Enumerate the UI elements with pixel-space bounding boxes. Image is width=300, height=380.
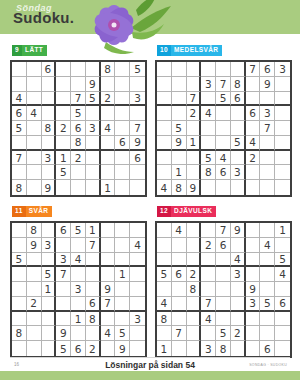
sudoku-cell	[42, 165, 57, 180]
sudoku-cell: 7	[216, 77, 231, 92]
sudoku-cell: 2	[56, 121, 71, 136]
sudoku-cell	[86, 326, 101, 341]
sudoku-cell: 3	[246, 297, 261, 312]
sudoku-cell	[86, 62, 101, 77]
sudoku-cell: 1	[71, 312, 86, 327]
difficulty-badge-djavulsk: 12 DJÄVULSK	[157, 206, 216, 218]
sudoku-cell: 8	[42, 121, 57, 136]
sudoku-cell	[56, 180, 71, 195]
sudoku-cell: 5	[71, 223, 86, 238]
sudoku-cell	[260, 92, 275, 107]
sudoku-cell	[157, 253, 172, 268]
sudoku-cell	[275, 151, 290, 166]
sudoku-cell: 5	[231, 136, 246, 151]
sudoku-cell	[71, 238, 86, 253]
page: Söndag Sudoku. 9 LÄTT 685947523645582634…	[0, 0, 300, 380]
sudoku-cell	[101, 223, 116, 238]
sudoku-cell	[275, 341, 290, 356]
sudoku-cell: 1	[42, 282, 57, 297]
sudoku-cell	[201, 326, 216, 341]
sudoku-cell	[157, 165, 172, 180]
sudoku-cell	[246, 92, 261, 107]
sudoku-cell	[12, 238, 27, 253]
sudoku-cell	[86, 180, 101, 195]
sudoku-cell	[115, 62, 130, 77]
sudoku-cell: 8	[71, 136, 86, 151]
sudoku-cell: 5	[260, 297, 275, 312]
sudoku-cell	[172, 297, 187, 312]
sudoku-cell	[157, 106, 172, 121]
sudoku-cell: 9	[260, 77, 275, 92]
sudoku-cell	[71, 297, 86, 312]
sudoku-cell	[27, 341, 42, 356]
sudoku-cell	[101, 238, 116, 253]
sudoku-cell	[187, 77, 202, 92]
puzzle-9-latt: 9 LÄTT 6859475236455826347869731265891	[10, 38, 147, 197]
sudoku-cell: 9	[101, 282, 116, 297]
sudoku-cell	[130, 326, 145, 341]
sudoku-cell: 3	[231, 267, 246, 282]
sudoku-cell	[130, 180, 145, 195]
sudoku-cell	[130, 253, 145, 268]
sudoku-cell	[12, 341, 27, 356]
sudoku-cell	[275, 121, 290, 136]
sudoku-cell	[56, 77, 71, 92]
sudoku-cell	[275, 238, 290, 253]
sudoku-cell: 4	[157, 180, 172, 195]
sudoku-grid-11: 8651937453457113926718389455629	[10, 221, 147, 358]
sudoku-cell	[201, 253, 216, 268]
sudoku-cell	[101, 151, 116, 166]
sudoku-cell: 1	[115, 267, 130, 282]
sudoku-cell	[27, 253, 42, 268]
sudoku-cell	[157, 77, 172, 92]
sudoku-cell: 5	[115, 326, 130, 341]
sudoku-cell	[115, 180, 130, 195]
sudoku-cell	[12, 62, 27, 77]
sudoku-cell	[246, 223, 261, 238]
sudoku-cell	[27, 267, 42, 282]
sudoku-cell	[130, 165, 145, 180]
sudoku-cell: 2	[101, 92, 116, 107]
page-number: 16	[14, 362, 19, 367]
sudoku-cell: 2	[27, 297, 42, 312]
sudoku-cell	[172, 312, 187, 327]
sudoku-cell	[246, 180, 261, 195]
sudoku-cell: 6	[56, 223, 71, 238]
sudoku-cell	[216, 282, 231, 297]
sudoku-cell	[101, 341, 116, 356]
sudoku-cell	[187, 165, 202, 180]
sudoku-cell: 4	[157, 297, 172, 312]
sudoku-cell: 5	[201, 151, 216, 166]
footer-right-text: SÖNDAG · SUDOKU	[249, 363, 287, 367]
sudoku-cell: 5	[12, 121, 27, 136]
sudoku-cell: 4	[12, 92, 27, 107]
sudoku-cell	[260, 326, 275, 341]
sudoku-cell	[260, 136, 275, 151]
sudoku-cell	[216, 297, 231, 312]
sudoku-cell: 8	[201, 165, 216, 180]
sudoku-cell	[172, 282, 187, 297]
sudoku-cell: 8	[157, 312, 172, 327]
sudoku-cell	[275, 180, 290, 195]
sudoku-cell: 3	[201, 341, 216, 356]
sudoku-cell	[216, 62, 231, 77]
sudoku-cell	[275, 106, 290, 121]
sudoku-cell	[130, 341, 145, 356]
sudoku-cell	[157, 282, 172, 297]
sudoku-cell	[260, 165, 275, 180]
sudoku-cell: 9	[56, 326, 71, 341]
sudoku-cell	[246, 77, 261, 92]
sudoku-cell: 6	[71, 121, 86, 136]
sudoku-cell: 3	[130, 312, 145, 327]
sudoku-cell	[187, 151, 202, 166]
sudoku-cell: 4	[172, 223, 187, 238]
sudoku-cell	[130, 223, 145, 238]
sudoku-cell: 9	[42, 180, 57, 195]
sudoku-cell	[42, 223, 57, 238]
sudoku-cell: 4	[201, 106, 216, 121]
sudoku-cell: 4	[71, 253, 86, 268]
sudoku-cell: 5	[42, 267, 57, 282]
sudoku-cell	[172, 238, 187, 253]
sudoku-cell	[216, 253, 231, 268]
sudoku-cell	[101, 136, 116, 151]
sudoku-cell	[86, 106, 101, 121]
sudoku-cell	[115, 165, 130, 180]
puzzle-12-djavulsk: 12 DJÄVULSK 4791264455623489473568475213…	[155, 199, 292, 358]
sudoku-cell	[42, 77, 57, 92]
sudoku-cell: 1	[157, 341, 172, 356]
sudoku-cell	[275, 312, 290, 327]
sudoku-cell	[71, 267, 86, 282]
sudoku-cell	[27, 180, 42, 195]
sudoku-cell: 6	[12, 106, 27, 121]
sudoku-cell: 1	[172, 165, 187, 180]
puzzle-10-medelsvar: 10 MEDELSVÅR 763378975624635791545421863…	[155, 38, 292, 197]
sudoku-cell	[157, 136, 172, 151]
sudoku-cell	[157, 326, 172, 341]
sudoku-cell: 6	[216, 238, 231, 253]
sudoku-cell: 1	[275, 223, 290, 238]
sudoku-cell: 6	[246, 106, 261, 121]
sudoku-cell	[216, 136, 231, 151]
sudoku-cell	[115, 106, 130, 121]
sudoku-cell	[246, 267, 261, 282]
sudoku-cell	[187, 223, 202, 238]
sudoku-cell: 6	[86, 297, 101, 312]
sudoku-grid-12: 479126445562348947356847521386	[155, 221, 292, 358]
sudoku-cell: 4	[27, 106, 42, 121]
logo-main: Sudoku.	[13, 10, 74, 25]
sudoku-cell	[201, 136, 216, 151]
sudoku-cell	[246, 253, 261, 268]
sudoku-cell	[12, 297, 27, 312]
sudoku-cell: 4	[101, 326, 116, 341]
sudoku-cell	[201, 282, 216, 297]
sudoku-cell	[246, 165, 261, 180]
sudoku-cell: 7	[56, 267, 71, 282]
sudoku-cell: 3	[86, 121, 101, 136]
sudoku-cell	[86, 165, 101, 180]
sudoku-cell	[56, 62, 71, 77]
sudoku-cell	[101, 77, 116, 92]
sudoku-cell	[246, 341, 261, 356]
sudoku-cell	[260, 282, 275, 297]
sudoku-cell	[260, 223, 275, 238]
sudoku-grid-10: 763378975624635791545421863489	[155, 60, 292, 197]
sudoku-cell: 5	[56, 341, 71, 356]
sudoku-cell	[275, 136, 290, 151]
sudoku-cell	[187, 121, 202, 136]
sudoku-cell	[201, 180, 216, 195]
sudoku-cell	[27, 121, 42, 136]
sudoku-cell: 7	[12, 151, 27, 166]
sudoku-cell: 8	[187, 282, 202, 297]
sudoku-cell	[115, 297, 130, 312]
sudoku-cell: 8	[101, 62, 116, 77]
sudoku-cell: 3	[56, 253, 71, 268]
sudoku-cell	[86, 151, 101, 166]
puzzle-number: 9	[12, 45, 22, 57]
sudoku-cell	[130, 106, 145, 121]
difficulty-badge-svar: 11 SVÅR	[12, 206, 52, 218]
sudoku-cell: 6	[260, 341, 275, 356]
sudoku-cell	[201, 62, 216, 77]
sudoku-cell: 1	[187, 136, 202, 151]
sudoku-cell: 5	[275, 253, 290, 268]
puzzle-11-svar: 11 SVÅR 8651937453457113926718389455629	[10, 199, 147, 358]
sudoku-cell	[27, 282, 42, 297]
sudoku-cell: 6	[115, 136, 130, 151]
sudoku-cell	[12, 267, 27, 282]
sudoku-cell	[86, 282, 101, 297]
sudoku-cell: 4	[275, 267, 290, 282]
sudoku-cell	[231, 282, 246, 297]
sudoku-cell: 9	[115, 341, 130, 356]
difficulty-label: DJÄVULSK	[171, 206, 216, 218]
sudoku-cell	[187, 253, 202, 268]
sudoku-cell	[172, 253, 187, 268]
sudoku-cell	[12, 312, 27, 327]
sudoku-cell: 3	[260, 106, 275, 121]
sudoku-cell	[115, 312, 130, 327]
footer-divider	[10, 357, 290, 358]
sudoku-cell: 3	[275, 62, 290, 77]
sudoku-cell: 5	[86, 92, 101, 107]
sudoku-cell	[115, 223, 130, 238]
flower-image	[76, 0, 176, 54]
sudoku-cell: 7	[86, 238, 101, 253]
sudoku-cell	[27, 136, 42, 151]
sudoku-cell: 4	[101, 121, 116, 136]
sudoku-cell: 7	[216, 223, 231, 238]
sudoku-cell	[260, 312, 275, 327]
sudoku-cell	[115, 151, 130, 166]
sudoku-cell: 4	[260, 238, 275, 253]
sudoku-cell	[71, 62, 86, 77]
difficulty-label: SVÅR	[26, 206, 53, 218]
sudoku-cell: 2	[201, 238, 216, 253]
sudoku-cell: 1	[56, 151, 71, 166]
sudoku-cell: 1	[86, 223, 101, 238]
sudoku-cell	[172, 106, 187, 121]
sudoku-cell	[275, 282, 290, 297]
sudoku-cell: 3	[231, 165, 246, 180]
sudoku-cell	[172, 151, 187, 166]
sudoku-cell: 6	[231, 92, 246, 107]
sudoku-cell	[275, 92, 290, 107]
sudoku-cell	[231, 106, 246, 121]
sudoku-cell	[260, 253, 275, 268]
sudoku-cell	[231, 297, 246, 312]
sudoku-cell: 9	[86, 77, 101, 92]
sudoku-cell: 8	[27, 223, 42, 238]
sudoku-cell	[231, 121, 246, 136]
sudoku-cell: 9	[27, 238, 42, 253]
sudoku-cell	[275, 77, 290, 92]
sudoku-cell	[157, 223, 172, 238]
sudoku-cell	[130, 77, 145, 92]
sudoku-cell: 7	[71, 92, 86, 107]
sudoku-cell: 7	[201, 297, 216, 312]
sudoku-cell	[56, 92, 71, 107]
sudoku-cell: 4	[201, 312, 216, 327]
sudoku-cell	[12, 165, 27, 180]
sudoku-cell	[216, 312, 231, 327]
sudoku-cell	[275, 165, 290, 180]
sudoku-cell	[115, 77, 130, 92]
sudoku-cell	[246, 312, 261, 327]
sudoku-cell	[42, 326, 57, 341]
sudoku-cell	[86, 136, 101, 151]
sudoku-cell	[216, 180, 231, 195]
sudoku-cell	[101, 165, 116, 180]
sudoku-cell: 2	[187, 106, 202, 121]
sudoku-cell: 6	[71, 341, 86, 356]
sudoku-cell: 6	[260, 62, 275, 77]
sudoku-cell	[115, 253, 130, 268]
sudoku-cell	[260, 151, 275, 166]
sudoku-cell	[101, 267, 116, 282]
sudoku-cell	[201, 92, 216, 107]
sudoku-cell	[231, 312, 246, 327]
sudoku-cell: 8	[231, 77, 246, 92]
puzzle-number: 12	[157, 206, 171, 218]
sudoku-cell	[42, 297, 57, 312]
sudoku-cell	[187, 297, 202, 312]
sudoku-cell	[216, 121, 231, 136]
sudoku-cell	[157, 92, 172, 107]
sudoku-cell: 9	[130, 136, 145, 151]
sudoku-cell: 5	[172, 121, 187, 136]
sudoku-cell	[157, 151, 172, 166]
sudoku-cell: 8	[12, 326, 27, 341]
sudoku-cell	[42, 136, 57, 151]
sudoku-cell	[56, 238, 71, 253]
sudoku-cell: 6	[130, 151, 145, 166]
sudoku-cell: 7	[246, 62, 261, 77]
sudoku-cell	[42, 106, 57, 121]
sudoku-cell	[260, 267, 275, 282]
sudoku-cell: 2	[71, 151, 86, 166]
sudoku-cell	[56, 297, 71, 312]
sudoku-cell: 5	[216, 92, 231, 107]
sudoku-cell: 9	[172, 136, 187, 151]
sudoku-cell: 7	[187, 92, 202, 107]
sudoku-cell: 5	[56, 165, 71, 180]
sudoku-cell	[246, 121, 261, 136]
sudoku-cell	[231, 238, 246, 253]
sudoku-cell	[12, 77, 27, 92]
sudoku-cell	[115, 121, 130, 136]
sudoku-cell: 2	[231, 326, 246, 341]
difficulty-label: LÄTT	[22, 45, 47, 57]
sudoku-cell	[42, 312, 57, 327]
sudoku-cell	[201, 121, 216, 136]
sudoku-cell: 7	[260, 121, 275, 136]
sudoku-cell	[231, 180, 246, 195]
sudoku-cell	[231, 151, 246, 166]
sudoku-cell: 2	[86, 341, 101, 356]
sudoku-cell	[27, 151, 42, 166]
sudoku-cell: 3	[201, 77, 216, 92]
sudoku-cell	[12, 282, 27, 297]
sudoku-cell	[172, 92, 187, 107]
sudoku-cell	[201, 223, 216, 238]
sudoku-cell	[187, 238, 202, 253]
sudoku-cell	[216, 267, 231, 282]
sudoku-cell	[216, 106, 231, 121]
difficulty-badge-latt: 9 LÄTT	[12, 45, 47, 57]
sudoku-cell	[71, 77, 86, 92]
sudoku-cell	[42, 253, 57, 268]
sudoku-cell: 3	[130, 92, 145, 107]
sudoku-cell: 6	[275, 297, 290, 312]
sudoku-cell	[172, 62, 187, 77]
sudoku-cell: 5	[157, 267, 172, 282]
sudoku-cell	[187, 62, 202, 77]
sudoku-cell	[187, 341, 202, 356]
footer-green-bar	[0, 371, 300, 380]
sudoku-cell	[86, 253, 101, 268]
sudoku-cell: 6	[42, 62, 57, 77]
sudoku-cell	[172, 77, 187, 92]
sudoku-cell	[27, 326, 42, 341]
sudoku-cell: 5	[216, 326, 231, 341]
sudoku-cell	[27, 62, 42, 77]
sudoku-cell: 5	[130, 62, 145, 77]
sudoku-cell: 7	[130, 121, 145, 136]
sudoku-cell	[246, 238, 261, 253]
sudoku-cell	[71, 326, 86, 341]
sudoku-cell	[42, 341, 57, 356]
sudoku-cell	[115, 282, 130, 297]
sudoku-cell	[201, 267, 216, 282]
flower-petals	[92, 2, 137, 47]
sudoku-cell	[187, 312, 202, 327]
sudoku-cell	[157, 121, 172, 136]
sudoku-grid-9: 6859475236455826347869731265891	[10, 60, 147, 197]
sudoku-cell: 1	[101, 180, 116, 195]
sudoku-cell	[172, 341, 187, 356]
sudoku-cell: 4	[231, 253, 246, 268]
sudoku-cell	[260, 180, 275, 195]
sudoku-cell	[130, 267, 145, 282]
sudoku-cell	[115, 238, 130, 253]
